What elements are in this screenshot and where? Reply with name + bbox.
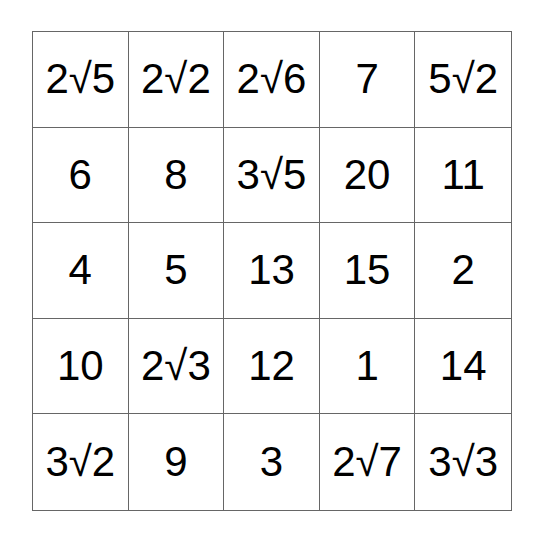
bingo-cell-r4c5[interactable]: 14	[415, 319, 511, 415]
bingo-cell-r5c3[interactable]: 3	[224, 414, 320, 510]
bingo-cell-r5c1[interactable]: 3√2	[33, 414, 129, 510]
bingo-cell-r1c1[interactable]: 2√5	[33, 32, 129, 128]
bingo-cell-r4c1[interactable]: 10	[33, 319, 129, 415]
bingo-cell-r2c2[interactable]: 8	[129, 128, 225, 224]
bingo-card-page: 2√5 2√2 2√6 7 5√2 6 8 3√5 20 11 4 5 13 1…	[0, 0, 544, 544]
bingo-cell-r4c4[interactable]: 1	[320, 319, 416, 415]
bingo-cell-r5c4[interactable]: 2√7	[320, 414, 416, 510]
bingo-cell-r3c2[interactable]: 5	[129, 223, 225, 319]
bingo-cell-r4c3[interactable]: 12	[224, 319, 320, 415]
bingo-cell-r5c5[interactable]: 3√3	[415, 414, 511, 510]
bingo-cell-r2c1[interactable]: 6	[33, 128, 129, 224]
bingo-cell-r1c4[interactable]: 7	[320, 32, 416, 128]
bingo-cell-r1c2[interactable]: 2√2	[129, 32, 225, 128]
bingo-board: 2√5 2√2 2√6 7 5√2 6 8 3√5 20 11 4 5 13 1…	[32, 31, 512, 511]
bingo-cell-r3c3[interactable]: 13	[224, 223, 320, 319]
bingo-cell-r3c4[interactable]: 15	[320, 223, 416, 319]
bingo-cell-r1c3[interactable]: 2√6	[224, 32, 320, 128]
bingo-cell-r4c2[interactable]: 2√3	[129, 319, 225, 415]
bingo-cell-r2c5[interactable]: 11	[415, 128, 511, 224]
bingo-cell-r2c3[interactable]: 3√5	[224, 128, 320, 224]
bingo-cell-r1c5[interactable]: 5√2	[415, 32, 511, 128]
bingo-cell-r3c1[interactable]: 4	[33, 223, 129, 319]
bingo-cell-r5c2[interactable]: 9	[129, 414, 225, 510]
bingo-cell-r2c4[interactable]: 20	[320, 128, 416, 224]
bingo-cell-r3c5[interactable]: 2	[415, 223, 511, 319]
